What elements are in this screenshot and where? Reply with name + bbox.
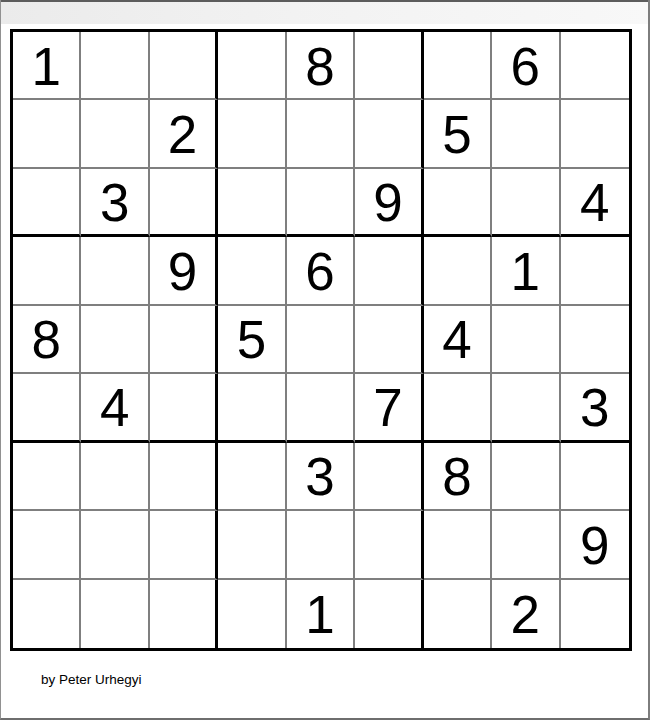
cell-r1c9[interactable] bbox=[561, 32, 629, 100]
credit-text: by Peter Urhegyi bbox=[41, 672, 648, 687]
cell-r2c8[interactable] bbox=[492, 100, 560, 168]
cell-r2c9[interactable] bbox=[561, 100, 629, 168]
cell-r8c3[interactable] bbox=[150, 511, 218, 579]
page-top-strip bbox=[1, 0, 648, 24]
cell-r8c7[interactable] bbox=[424, 511, 492, 579]
cell-r7c6[interactable] bbox=[355, 443, 423, 511]
cell-r1c2[interactable] bbox=[81, 32, 149, 100]
cell-r4c9[interactable] bbox=[561, 237, 629, 305]
cell-r9c2[interactable] bbox=[81, 580, 149, 648]
cell-r7c2[interactable] bbox=[81, 443, 149, 511]
cell-r9c5: 1 bbox=[287, 580, 355, 648]
cell-r9c7[interactable] bbox=[424, 580, 492, 648]
cell-r1c8: 6 bbox=[492, 32, 560, 100]
cell-r5c4: 5 bbox=[218, 306, 286, 374]
cell-r6c3[interactable] bbox=[150, 374, 218, 442]
cell-r5c6[interactable] bbox=[355, 306, 423, 374]
cell-r7c8[interactable] bbox=[492, 443, 560, 511]
cell-r8c2[interactable] bbox=[81, 511, 149, 579]
cell-r6c2: 4 bbox=[81, 374, 149, 442]
cell-r1c1: 1 bbox=[13, 32, 81, 100]
cell-r2c5[interactable] bbox=[287, 100, 355, 168]
cell-r4c8: 1 bbox=[492, 237, 560, 305]
cell-r2c4[interactable] bbox=[218, 100, 286, 168]
cell-r5c2[interactable] bbox=[81, 306, 149, 374]
cell-r7c9[interactable] bbox=[561, 443, 629, 511]
cell-r9c3[interactable] bbox=[150, 580, 218, 648]
cell-r3c3[interactable] bbox=[150, 169, 218, 237]
cell-r5c9[interactable] bbox=[561, 306, 629, 374]
cell-r8c4[interactable] bbox=[218, 511, 286, 579]
cell-r6c1[interactable] bbox=[13, 374, 81, 442]
cell-r3c6: 9 bbox=[355, 169, 423, 237]
cell-r3c4[interactable] bbox=[218, 169, 286, 237]
cell-r9c1[interactable] bbox=[13, 580, 81, 648]
cell-r8c5[interactable] bbox=[287, 511, 355, 579]
cell-r3c7[interactable] bbox=[424, 169, 492, 237]
cell-r6c7[interactable] bbox=[424, 374, 492, 442]
cell-r6c8[interactable] bbox=[492, 374, 560, 442]
cell-r3c5[interactable] bbox=[287, 169, 355, 237]
cell-r4c3: 9 bbox=[150, 237, 218, 305]
cell-r1c7[interactable] bbox=[424, 32, 492, 100]
cell-r6c9: 3 bbox=[561, 374, 629, 442]
cell-r4c7[interactable] bbox=[424, 237, 492, 305]
cell-r6c6: 7 bbox=[355, 374, 423, 442]
cell-r3c2: 3 bbox=[81, 169, 149, 237]
cell-r5c1: 8 bbox=[13, 306, 81, 374]
cell-r7c1[interactable] bbox=[13, 443, 81, 511]
cell-r9c8: 2 bbox=[492, 580, 560, 648]
cell-r1c6[interactable] bbox=[355, 32, 423, 100]
cell-r4c5: 6 bbox=[287, 237, 355, 305]
cell-r8c8[interactable] bbox=[492, 511, 560, 579]
cell-r3c8[interactable] bbox=[492, 169, 560, 237]
cell-r7c3[interactable] bbox=[150, 443, 218, 511]
cell-r7c5: 3 bbox=[287, 443, 355, 511]
cell-r3c9: 4 bbox=[561, 169, 629, 237]
cell-r9c6[interactable] bbox=[355, 580, 423, 648]
cell-r8c6[interactable] bbox=[355, 511, 423, 579]
cell-r4c1[interactable] bbox=[13, 237, 81, 305]
cell-r1c4[interactable] bbox=[218, 32, 286, 100]
cell-r2c2[interactable] bbox=[81, 100, 149, 168]
cell-r1c5: 8 bbox=[287, 32, 355, 100]
cell-r8c9: 9 bbox=[561, 511, 629, 579]
cell-r2c7: 5 bbox=[424, 100, 492, 168]
cell-r6c4[interactable] bbox=[218, 374, 286, 442]
cell-r2c6[interactable] bbox=[355, 100, 423, 168]
cell-r4c2[interactable] bbox=[81, 237, 149, 305]
cell-r6c5[interactable] bbox=[287, 374, 355, 442]
cell-r5c8[interactable] bbox=[492, 306, 560, 374]
cell-r2c3: 2 bbox=[150, 100, 218, 168]
cell-r9c4[interactable] bbox=[218, 580, 286, 648]
cell-r5c7: 4 bbox=[424, 306, 492, 374]
cell-r7c7: 8 bbox=[424, 443, 492, 511]
cell-r9c9[interactable] bbox=[561, 580, 629, 648]
cell-r5c5[interactable] bbox=[287, 306, 355, 374]
cell-r5c3[interactable] bbox=[150, 306, 218, 374]
cell-r1c3[interactable] bbox=[150, 32, 218, 100]
cell-r2c1[interactable] bbox=[13, 100, 81, 168]
cell-r4c6[interactable] bbox=[355, 237, 423, 305]
cell-r3c1[interactable] bbox=[13, 169, 81, 237]
cell-r4c4[interactable] bbox=[218, 237, 286, 305]
cell-r8c1[interactable] bbox=[13, 511, 81, 579]
page: 1862539496185447338912 by Peter Urhegyi bbox=[0, 0, 650, 720]
sudoku-board: 1862539496185447338912 bbox=[10, 29, 632, 651]
cell-r7c4[interactable] bbox=[218, 443, 286, 511]
